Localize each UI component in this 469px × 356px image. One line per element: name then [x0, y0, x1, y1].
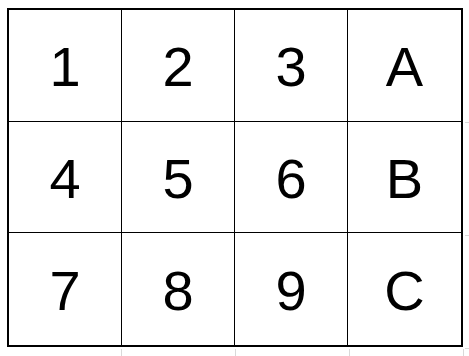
gridline-stub [235, 349, 236, 356]
cell-r3c3[interactable]: 9 [235, 233, 348, 345]
gridline-stub [121, 349, 122, 356]
cell-r3c2[interactable]: 8 [122, 233, 235, 345]
cell-r3c1[interactable]: 7 [9, 233, 122, 345]
gridline-stub [349, 349, 350, 356]
cell-r1c2[interactable]: 2 [122, 10, 235, 122]
cell-r2c1[interactable]: 4 [9, 122, 122, 234]
cell-r2c4[interactable]: B [348, 122, 461, 234]
cell-value: A [386, 39, 423, 95]
gridline-stub [465, 122, 469, 123]
cell-r2c3[interactable]: 6 [235, 122, 348, 234]
gridline-stub [465, 348, 469, 349]
cell-value: 4 [49, 151, 80, 207]
cell-r1c4[interactable]: A [348, 10, 461, 122]
cell-value: 1 [49, 39, 80, 95]
cell-r1c3[interactable]: 3 [235, 10, 348, 122]
cell-value: C [384, 263, 424, 319]
gridline-stub [465, 235, 469, 236]
cell-value: 9 [275, 263, 306, 319]
cell-value: 2 [162, 39, 193, 95]
cell-value: 8 [162, 263, 193, 319]
gridline-stub [463, 349, 464, 356]
cell-r2c2[interactable]: 5 [122, 122, 235, 234]
cell-value: 6 [275, 151, 306, 207]
cell-value: 5 [162, 151, 193, 207]
cell-r3c4[interactable]: C [348, 233, 461, 345]
grid-board: 1 2 3 A 4 5 6 B 7 8 9 C [7, 8, 463, 347]
page: 1 2 3 A 4 5 6 B 7 8 9 C [0, 0, 469, 356]
cell-r1c1[interactable]: 1 [9, 10, 122, 122]
cell-value: 3 [275, 39, 306, 95]
cell-value: B [386, 151, 423, 207]
cell-value: 7 [49, 263, 80, 319]
